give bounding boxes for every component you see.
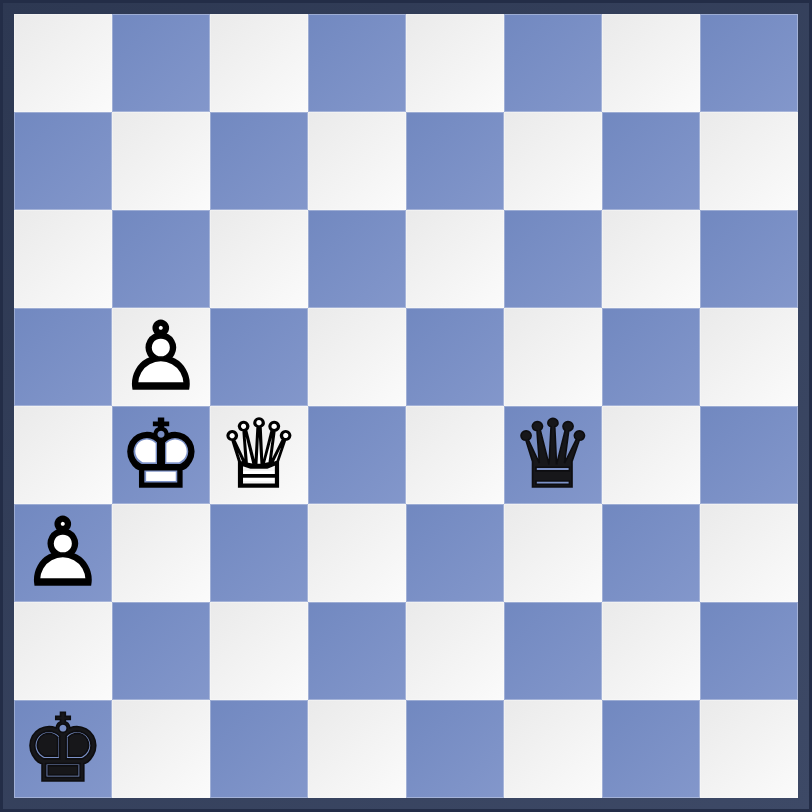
white-pawn-piece[interactable]: ♟♙ bbox=[14, 504, 112, 602]
white-king-outline-icon: ♔ bbox=[112, 406, 210, 504]
square-g4[interactable] bbox=[602, 406, 700, 504]
square-c2[interactable] bbox=[210, 602, 308, 700]
square-f7[interactable] bbox=[504, 112, 602, 210]
square-f4[interactable]: ♛ bbox=[504, 406, 602, 504]
square-c3[interactable] bbox=[210, 504, 308, 602]
square-e6[interactable] bbox=[406, 210, 504, 308]
square-e1[interactable] bbox=[406, 700, 504, 798]
square-b1[interactable] bbox=[112, 700, 210, 798]
white-queen-outline-icon: ♕ bbox=[210, 406, 308, 504]
square-f3[interactable] bbox=[504, 504, 602, 602]
square-b4[interactable]: ♚♔ bbox=[112, 406, 210, 504]
square-d6[interactable] bbox=[308, 210, 406, 308]
chess-board-frame: ♟♙♚♔♛♕♛♟♙♚ bbox=[0, 0, 812, 812]
square-d4[interactable] bbox=[308, 406, 406, 504]
square-h5[interactable] bbox=[700, 308, 798, 406]
square-a3[interactable]: ♟♙ bbox=[14, 504, 112, 602]
square-f6[interactable] bbox=[504, 210, 602, 308]
square-e4[interactable] bbox=[406, 406, 504, 504]
square-b3[interactable] bbox=[112, 504, 210, 602]
square-g5[interactable] bbox=[602, 308, 700, 406]
square-g8[interactable] bbox=[602, 14, 700, 112]
square-h8[interactable] bbox=[700, 14, 798, 112]
square-f2[interactable] bbox=[504, 602, 602, 700]
square-e5[interactable] bbox=[406, 308, 504, 406]
square-c4[interactable]: ♛♕ bbox=[210, 406, 308, 504]
square-h1[interactable] bbox=[700, 700, 798, 798]
black-king-piece[interactable]: ♚ bbox=[14, 700, 112, 798]
square-c1[interactable] bbox=[210, 700, 308, 798]
square-b8[interactable] bbox=[112, 14, 210, 112]
square-a7[interactable] bbox=[14, 112, 112, 210]
square-c5[interactable] bbox=[210, 308, 308, 406]
square-d3[interactable] bbox=[308, 504, 406, 602]
square-a4[interactable] bbox=[14, 406, 112, 504]
square-d2[interactable] bbox=[308, 602, 406, 700]
square-f8[interactable] bbox=[504, 14, 602, 112]
square-a2[interactable] bbox=[14, 602, 112, 700]
square-c7[interactable] bbox=[210, 112, 308, 210]
white-queen-piece[interactable]: ♛♕ bbox=[210, 406, 308, 504]
square-h3[interactable] bbox=[700, 504, 798, 602]
square-a5[interactable] bbox=[14, 308, 112, 406]
white-king-piece[interactable]: ♚♔ bbox=[112, 406, 210, 504]
square-d1[interactable] bbox=[308, 700, 406, 798]
square-e7[interactable] bbox=[406, 112, 504, 210]
square-a1[interactable]: ♚ bbox=[14, 700, 112, 798]
square-b7[interactable] bbox=[112, 112, 210, 210]
square-g7[interactable] bbox=[602, 112, 700, 210]
square-b5[interactable]: ♟♙ bbox=[112, 308, 210, 406]
square-h6[interactable] bbox=[700, 210, 798, 308]
square-b6[interactable] bbox=[112, 210, 210, 308]
white-pawn-piece[interactable]: ♟♙ bbox=[112, 308, 210, 406]
white-pawn-outline-icon: ♙ bbox=[112, 308, 210, 406]
black-king-icon: ♚ bbox=[14, 700, 112, 798]
square-f5[interactable] bbox=[504, 308, 602, 406]
white-pawn-outline-icon: ♙ bbox=[14, 504, 112, 602]
square-d7[interactable] bbox=[308, 112, 406, 210]
square-h7[interactable] bbox=[700, 112, 798, 210]
square-c8[interactable] bbox=[210, 14, 308, 112]
square-g3[interactable] bbox=[602, 504, 700, 602]
square-d5[interactable] bbox=[308, 308, 406, 406]
chess-board: ♟♙♚♔♛♕♛♟♙♚ bbox=[14, 14, 798, 798]
square-a8[interactable] bbox=[14, 14, 112, 112]
black-queen-icon: ♛ bbox=[504, 406, 602, 504]
black-queen-piece[interactable]: ♛ bbox=[504, 406, 602, 504]
square-h4[interactable] bbox=[700, 406, 798, 504]
square-g2[interactable] bbox=[602, 602, 700, 700]
square-b2[interactable] bbox=[112, 602, 210, 700]
square-g1[interactable] bbox=[602, 700, 700, 798]
square-e2[interactable] bbox=[406, 602, 504, 700]
square-e3[interactable] bbox=[406, 504, 504, 602]
square-c6[interactable] bbox=[210, 210, 308, 308]
square-f1[interactable] bbox=[504, 700, 602, 798]
square-d8[interactable] bbox=[308, 14, 406, 112]
square-h2[interactable] bbox=[700, 602, 798, 700]
square-a6[interactable] bbox=[14, 210, 112, 308]
square-g6[interactable] bbox=[602, 210, 700, 308]
square-e8[interactable] bbox=[406, 14, 504, 112]
